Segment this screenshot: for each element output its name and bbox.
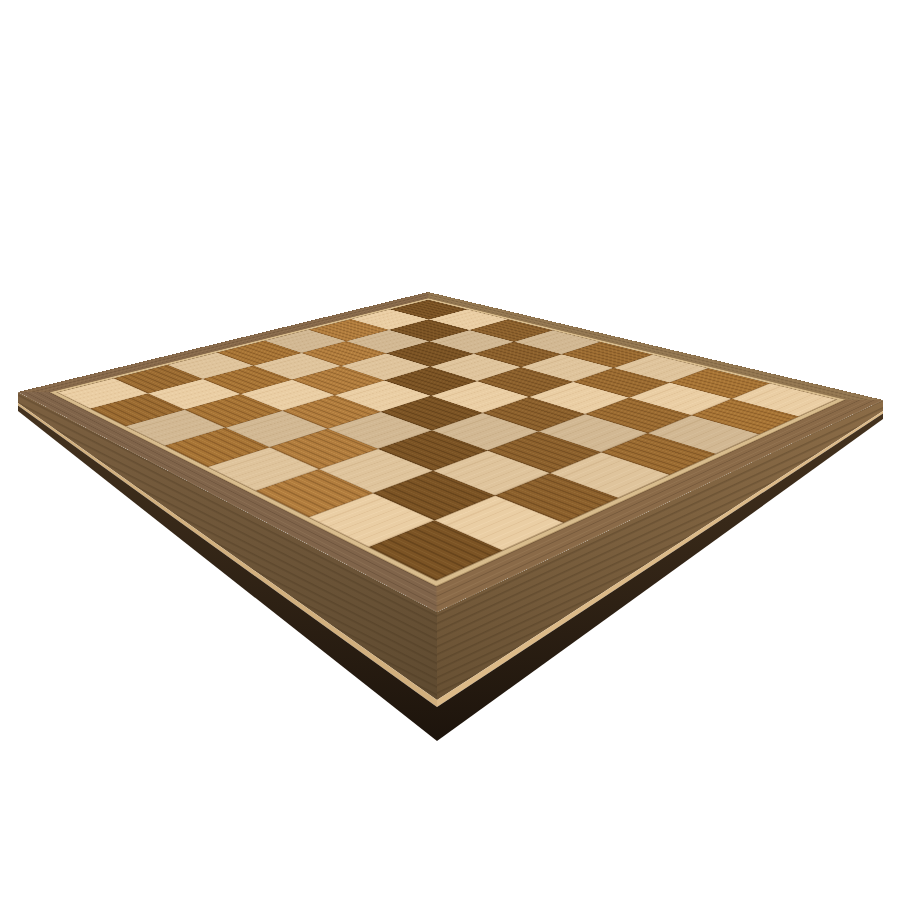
chessboard-photo	[0, 0, 900, 900]
